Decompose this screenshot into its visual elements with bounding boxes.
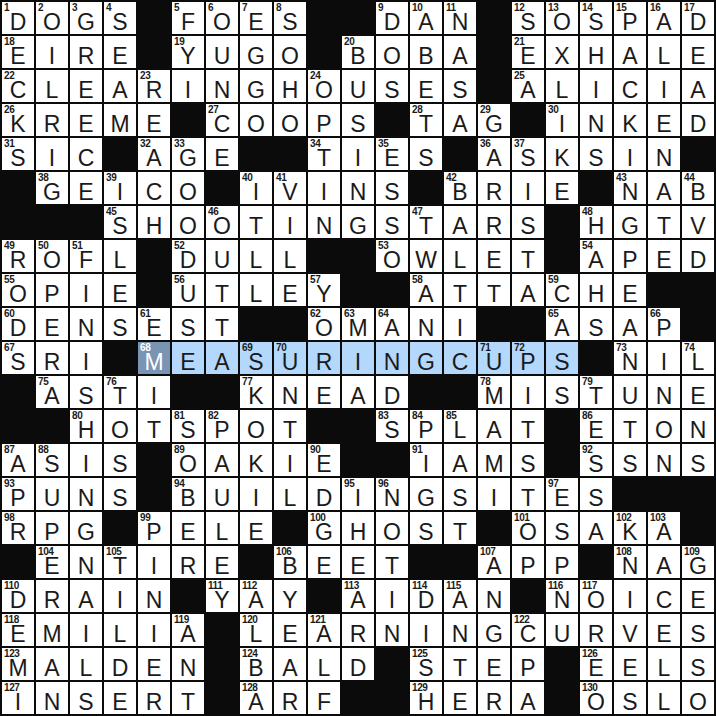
cell[interactable]: T (512, 240, 544, 272)
cell[interactable]: E (172, 512, 204, 544)
cell[interactable]: N (172, 648, 204, 680)
cell[interactable]: 33G (172, 138, 204, 170)
cell[interactable]: 74L (682, 342, 714, 374)
cell[interactable]: 82P (206, 410, 238, 442)
cell[interactable]: G (240, 36, 272, 68)
cell[interactable]: T (648, 206, 680, 238)
cell[interactable]: 84P (410, 410, 442, 442)
cell[interactable]: I (308, 172, 340, 204)
cell[interactable]: N (36, 682, 68, 714)
cell[interactable]: 41V (274, 172, 306, 204)
cell[interactable]: N (648, 376, 680, 408)
cell[interactable]: 113A (342, 580, 374, 612)
cell[interactable]: I (138, 546, 170, 578)
cell[interactable]: B (410, 36, 442, 68)
cell[interactable]: S (342, 104, 374, 136)
cell[interactable]: M (104, 104, 136, 136)
cell[interactable]: E (70, 70, 102, 102)
cell[interactable]: T (274, 410, 306, 442)
cell[interactable]: E (308, 376, 340, 408)
cell[interactable]: 4S (104, 2, 136, 34)
cell[interactable]: E (206, 138, 238, 170)
cell[interactable]: 91I (410, 444, 442, 476)
cell[interactable]: R (36, 342, 68, 374)
cell[interactable]: 37S (512, 138, 544, 170)
cell[interactable]: R (478, 682, 510, 714)
cell[interactable]: A (478, 410, 510, 442)
cell[interactable]: I (70, 614, 102, 646)
cell[interactable]: 116N (546, 580, 578, 612)
cell[interactable]: I (410, 614, 442, 646)
cell[interactable]: A (614, 36, 646, 68)
cell[interactable]: 31S (2, 138, 34, 170)
cell[interactable]: D (104, 648, 136, 680)
cell[interactable]: 30I (546, 104, 578, 136)
cell[interactable]: N (648, 138, 680, 170)
cell[interactable]: 102K (614, 512, 646, 544)
cell[interactable]: 128A (240, 682, 272, 714)
cell[interactable]: W (410, 240, 442, 272)
cell[interactable]: E (104, 682, 136, 714)
cell[interactable]: L (274, 478, 306, 510)
cell[interactable]: S (70, 376, 102, 408)
cell[interactable]: I (342, 342, 374, 374)
cell[interactable]: 40I (240, 172, 272, 204)
cell[interactable]: L (240, 240, 272, 272)
cell[interactable]: O (648, 410, 680, 442)
cell[interactable]: S (104, 478, 136, 510)
cell[interactable]: S (70, 682, 102, 714)
cell[interactable]: G (342, 206, 374, 238)
cell[interactable]: R (580, 614, 612, 646)
cell[interactable]: 24O (308, 70, 340, 102)
cell[interactable]: 15P (614, 2, 646, 34)
cell[interactable]: 83S (376, 410, 408, 442)
cell[interactable]: O (104, 410, 136, 442)
cell[interactable]: O (274, 36, 306, 68)
cell[interactable]: I (172, 70, 204, 102)
cell[interactable]: 13O (546, 2, 578, 34)
cell[interactable]: 18E (2, 36, 34, 68)
cell[interactable]: M (36, 614, 68, 646)
cell[interactable]: 107A (478, 546, 510, 578)
cell[interactable]: K (240, 444, 272, 476)
cell[interactable]: 110D (2, 580, 34, 612)
cell[interactable]: H (342, 512, 374, 544)
cell[interactable]: S (580, 478, 612, 510)
cell[interactable]: I (614, 138, 646, 170)
cell[interactable]: P (546, 546, 578, 578)
cell[interactable]: A (512, 274, 544, 306)
cell[interactable]: U (206, 478, 238, 510)
cell[interactable]: 76T (104, 376, 136, 408)
cell[interactable]: T (240, 206, 272, 238)
cell[interactable]: O (240, 104, 272, 136)
cell[interactable]: S (546, 512, 578, 544)
cell[interactable]: 59C (546, 274, 578, 306)
cell[interactable]: E (614, 648, 646, 680)
cell[interactable]: S (376, 172, 408, 204)
cell[interactable]: 7E (240, 2, 272, 34)
cell[interactable]: 99P (138, 512, 170, 544)
cell[interactable]: H (274, 70, 306, 102)
cell[interactable]: 120L (240, 614, 272, 646)
cell[interactable]: N (274, 376, 306, 408)
cell[interactable]: 98R (2, 512, 34, 544)
cell[interactable]: G (410, 342, 442, 374)
cell[interactable]: E (172, 342, 204, 374)
cell[interactable]: E (546, 172, 578, 204)
cell[interactable]: 114D (410, 580, 442, 612)
cell[interactable]: E (682, 580, 714, 612)
cell[interactable]: N (70, 308, 102, 340)
cell[interactable]: N (376, 342, 408, 374)
cell[interactable]: P (308, 104, 340, 136)
cell[interactable]: C (614, 70, 646, 102)
cell[interactable]: I (478, 478, 510, 510)
cell[interactable]: N (580, 104, 612, 136)
cell[interactable]: 129H (410, 682, 442, 714)
cell[interactable]: 46O (206, 206, 238, 238)
cell[interactable]: 19Y (172, 36, 204, 68)
cell[interactable]: 117O (580, 580, 612, 612)
cell[interactable]: E (206, 546, 238, 578)
cell[interactable]: 52D (172, 240, 204, 272)
cell[interactable]: A (614, 308, 646, 340)
cell[interactable]: T (206, 308, 238, 340)
cell[interactable]: S (614, 444, 646, 476)
cell[interactable]: N (342, 172, 374, 204)
cell[interactable]: 78M (478, 376, 510, 408)
cell[interactable]: S (580, 138, 612, 170)
cell[interactable]: S (614, 682, 646, 714)
cell[interactable]: 86E (580, 410, 612, 442)
cell[interactable]: S (444, 478, 476, 510)
cell[interactable]: H (580, 36, 612, 68)
cell[interactable]: 53O (376, 240, 408, 272)
cell[interactable]: I (70, 342, 102, 374)
cell[interactable]: A (36, 648, 68, 680)
cell[interactable]: E (308, 546, 340, 578)
cell[interactable]: 2O (36, 2, 68, 34)
cell[interactable]: I (70, 274, 102, 306)
cell[interactable]: O (172, 172, 204, 204)
cell[interactable]: A (206, 444, 238, 476)
cell[interactable]: S (682, 614, 714, 646)
cell[interactable]: I (104, 580, 136, 612)
cell[interactable]: 100G (308, 512, 340, 544)
cell[interactable]: T (138, 410, 170, 442)
cell[interactable]: 121A (308, 614, 340, 646)
cell[interactable]: G (478, 614, 510, 646)
cell[interactable]: P (512, 648, 544, 680)
cell[interactable]: 69S (240, 342, 272, 374)
cell[interactable]: R (138, 682, 170, 714)
cell[interactable]: N (648, 444, 680, 476)
cell[interactable]: 95I (342, 478, 374, 510)
cell[interactable]: T (444, 512, 476, 544)
cell[interactable]: T (444, 274, 476, 306)
cell[interactable]: A (444, 444, 476, 476)
cell[interactable]: 92S (580, 444, 612, 476)
cell[interactable]: L (546, 70, 578, 102)
cell[interactable]: N (308, 206, 340, 238)
cell[interactable]: 32A (138, 138, 170, 170)
cell[interactable]: N (478, 580, 510, 612)
cell[interactable]: L (444, 240, 476, 272)
cell[interactable]: U (36, 478, 68, 510)
cell[interactable]: F (308, 682, 340, 714)
cell[interactable]: I (36, 138, 68, 170)
cell[interactable]: K (614, 104, 646, 136)
cell[interactable]: S (104, 444, 136, 476)
cell[interactable]: D (342, 648, 374, 680)
cell[interactable]: R (478, 172, 510, 204)
cell[interactable]: 43N (614, 172, 646, 204)
cell[interactable]: I (376, 580, 408, 612)
cell[interactable]: S (682, 444, 714, 476)
cell[interactable]: E (648, 614, 680, 646)
cell[interactable]: R (70, 36, 102, 68)
cell[interactable]: 89O (172, 444, 204, 476)
cell[interactable]: T (376, 546, 408, 578)
cell[interactable]: N (444, 614, 476, 646)
cell[interactable]: L (104, 614, 136, 646)
cell[interactable]: 105T (104, 546, 136, 578)
cell[interactable]: A (274, 648, 306, 680)
cell[interactable]: I (138, 614, 170, 646)
cell[interactable]: 14S (580, 2, 612, 34)
cell[interactable]: N (206, 70, 238, 102)
cell[interactable]: 111Y (206, 580, 238, 612)
cell[interactable]: S (546, 376, 578, 408)
cell[interactable]: E (614, 274, 646, 306)
cell[interactable]: E (648, 240, 680, 272)
cell[interactable]: 17D (682, 2, 714, 34)
cell[interactable]: R (172, 546, 204, 578)
cell[interactable]: E (138, 648, 170, 680)
cell[interactable]: S (546, 342, 578, 374)
cell[interactable]: 104E (36, 546, 68, 578)
cell[interactable]: E (444, 682, 476, 714)
cell[interactable]: 28T (410, 104, 442, 136)
cell[interactable]: 61E (138, 308, 170, 340)
cell[interactable]: A (648, 546, 680, 578)
cell[interactable]: U (206, 240, 238, 272)
cell[interactable]: I (342, 138, 374, 170)
cell[interactable]: 126E (580, 648, 612, 680)
cell[interactable]: S (410, 138, 442, 170)
cell[interactable]: I (274, 206, 306, 238)
cell[interactable]: 45S (104, 206, 136, 238)
cell[interactable]: O (240, 410, 272, 442)
cell[interactable]: Y (274, 580, 306, 612)
cell[interactable]: 48H (580, 206, 612, 238)
cell[interactable]: 6O (206, 2, 238, 34)
cell[interactable]: A (342, 376, 374, 408)
cell[interactable]: U (206, 36, 238, 68)
cell[interactable]: 38G (36, 172, 68, 204)
cell[interactable]: T (172, 682, 204, 714)
cell[interactable]: E (70, 104, 102, 136)
cell[interactable]: 88S (36, 444, 68, 476)
cell[interactable]: 122C (512, 614, 544, 646)
cell[interactable]: 81S (172, 410, 204, 442)
cell[interactable]: 22C (2, 70, 34, 102)
cell[interactable]: 79T (580, 376, 612, 408)
cell[interactable]: R (36, 104, 68, 136)
cell[interactable]: 9D (376, 2, 408, 34)
cell[interactable]: 101O (512, 512, 544, 544)
cell[interactable]: 39I (104, 172, 136, 204)
cell[interactable]: 112A (240, 580, 272, 612)
cell[interactable]: V (682, 206, 714, 238)
cell[interactable]: H (580, 274, 612, 306)
cell[interactable]: C (70, 138, 102, 170)
cell[interactable]: 80H (70, 410, 102, 442)
cell[interactable]: A (682, 70, 714, 102)
cell[interactable]: A (70, 580, 102, 612)
cell[interactable]: I (444, 308, 476, 340)
cell[interactable]: 109G (682, 546, 714, 578)
cell[interactable]: N (410, 308, 442, 340)
cell[interactable]: T (512, 410, 544, 442)
cell[interactable]: O (682, 682, 714, 714)
cell[interactable]: I (614, 580, 646, 612)
cell[interactable]: S (444, 70, 476, 102)
cell[interactable]: R (342, 614, 374, 646)
cell[interactable]: R (478, 206, 510, 238)
cell[interactable]: 90E (308, 444, 340, 476)
cell[interactable]: 124B (240, 648, 272, 680)
cell[interactable]: U (342, 70, 374, 102)
cell[interactable]: X (546, 36, 578, 68)
cell[interactable]: 62O (308, 308, 340, 340)
cell[interactable]: V (614, 614, 646, 646)
cell[interactable]: S (410, 512, 442, 544)
cell[interactable]: L (648, 648, 680, 680)
cell[interactable]: D (682, 104, 714, 136)
cell[interactable]: U (614, 376, 646, 408)
cell[interactable]: N (70, 546, 102, 578)
cell[interactable]: 67S (2, 342, 34, 374)
cell[interactable]: 55O (2, 274, 34, 306)
cell[interactable]: 103A (648, 512, 680, 544)
cell[interactable]: 77K (240, 376, 272, 408)
cell[interactable]: E (104, 36, 136, 68)
cell[interactable]: 3G (70, 2, 102, 34)
cell[interactable]: A (206, 342, 238, 374)
cell[interactable]: E (274, 274, 306, 306)
cell[interactable]: L (240, 274, 272, 306)
selected-cell[interactable]: 68M (138, 342, 170, 374)
cell[interactable]: 47T (410, 206, 442, 238)
cell[interactable]: 119A (172, 614, 204, 646)
cell[interactable]: N (682, 410, 714, 442)
cell[interactable]: E (682, 376, 714, 408)
cell[interactable]: S (104, 308, 136, 340)
cell[interactable]: E (410, 70, 442, 102)
cell[interactable]: G (70, 512, 102, 544)
cell[interactable]: 73N (614, 342, 646, 374)
cell[interactable]: C (444, 342, 476, 374)
cell[interactable]: 63M (342, 308, 374, 340)
cell[interactable]: L (648, 682, 680, 714)
cell[interactable]: I (648, 342, 680, 374)
cell[interactable]: D (682, 240, 714, 272)
cell[interactable]: 64A (376, 308, 408, 340)
cell[interactable]: 5F (172, 2, 204, 34)
cell[interactable]: E (70, 172, 102, 204)
cell[interactable]: E (138, 104, 170, 136)
cell[interactable]: I (648, 70, 680, 102)
cell[interactable]: 96N (376, 478, 408, 510)
cell[interactable]: L (36, 70, 68, 102)
cell[interactable]: U (546, 614, 578, 646)
cell[interactable]: 1D (2, 2, 34, 34)
cell[interactable]: A (648, 172, 680, 204)
cell[interactable]: K (546, 138, 578, 170)
cell[interactable]: 72P (512, 342, 544, 374)
cell[interactable]: E (478, 240, 510, 272)
cell[interactable]: 10A (410, 2, 442, 34)
cell[interactable]: I (138, 376, 170, 408)
cell[interactable]: I (512, 172, 544, 204)
cell[interactable]: 60D (2, 308, 34, 340)
cell[interactable]: 44B (682, 172, 714, 204)
cell[interactable]: T (478, 274, 510, 306)
cell[interactable]: 125S (410, 648, 442, 680)
cell[interactable]: 123M (2, 648, 34, 680)
cell[interactable]: 23R (138, 70, 170, 102)
cell[interactable]: N (70, 478, 102, 510)
cell[interactable]: A (444, 36, 476, 68)
cell[interactable]: T (206, 274, 238, 306)
cell[interactable]: M (478, 444, 510, 476)
cell[interactable]: P (614, 240, 646, 272)
cell[interactable]: 56U (172, 274, 204, 306)
cell[interactable]: I (240, 478, 272, 510)
cell[interactable]: L (308, 648, 340, 680)
cell[interactable]: 57Y (308, 274, 340, 306)
cell[interactable]: 26K (2, 104, 34, 136)
cell[interactable]: 51F (70, 240, 102, 272)
cell[interactable]: L (274, 240, 306, 272)
cell[interactable]: S (376, 70, 408, 102)
cell[interactable]: S (376, 206, 408, 238)
cell[interactable]: E (478, 648, 510, 680)
cell[interactable]: 130O (580, 682, 612, 714)
cell[interactable]: 97E (546, 478, 578, 510)
cell[interactable]: P (36, 512, 68, 544)
cell[interactable]: G (410, 478, 442, 510)
cell[interactable]: L (206, 512, 238, 544)
cell[interactable]: I (70, 444, 102, 476)
cell[interactable]: S (512, 206, 544, 238)
cell[interactable]: 85L (444, 410, 476, 442)
cell[interactable]: 54A (580, 240, 612, 272)
cell[interactable]: 16A (648, 2, 680, 34)
cell[interactable]: O (376, 512, 408, 544)
cell[interactable]: 108N (614, 546, 646, 578)
cell[interactable]: 42B (444, 172, 476, 204)
cell[interactable]: 58A (410, 274, 442, 306)
cell[interactable]: E (104, 274, 136, 306)
cell[interactable]: 50O (36, 240, 68, 272)
cell[interactable]: A (580, 512, 612, 544)
cell[interactable]: 75A (36, 376, 68, 408)
cell[interactable]: 94B (172, 478, 204, 510)
